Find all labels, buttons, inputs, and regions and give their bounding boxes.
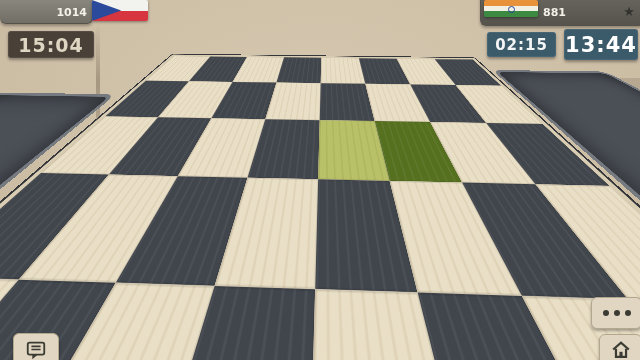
chat-button[interactable] bbox=[13, 333, 59, 360]
player-rating-left: 1014 bbox=[56, 6, 87, 19]
czech-flag-icon bbox=[92, 0, 148, 21]
favorite-star-icon: ★ bbox=[623, 5, 635, 18]
clock-right-move: 02:15 bbox=[487, 32, 556, 57]
game-screen: ♟♟♝♞♟♜♟♞♟♝♛♟♜♟♟ ♟♝♛♚♚ ♟♟♟♞♟♜♟♝♟♜♞♟♟ TERE… bbox=[0, 0, 640, 360]
more-options-icon bbox=[603, 310, 609, 316]
india-flag-icon bbox=[484, 0, 538, 17]
clock-right-main: 13:44 bbox=[564, 29, 638, 60]
player-rating-right: 881 bbox=[543, 6, 566, 19]
clock-left: 15:04 bbox=[8, 31, 94, 58]
chat-icon bbox=[24, 339, 48, 360]
player-name-right: sanagamer01 bbox=[543, 0, 640, 1]
more-options-button[interactable] bbox=[591, 297, 640, 329]
player-name-left: TEREZAVESELOVA bbox=[0, 0, 92, 3]
player-card-left[interactable]: TEREZAVESELOVA 1014 bbox=[0, 0, 93, 24]
home-button[interactable] bbox=[599, 334, 640, 360]
home-icon bbox=[610, 339, 632, 360]
